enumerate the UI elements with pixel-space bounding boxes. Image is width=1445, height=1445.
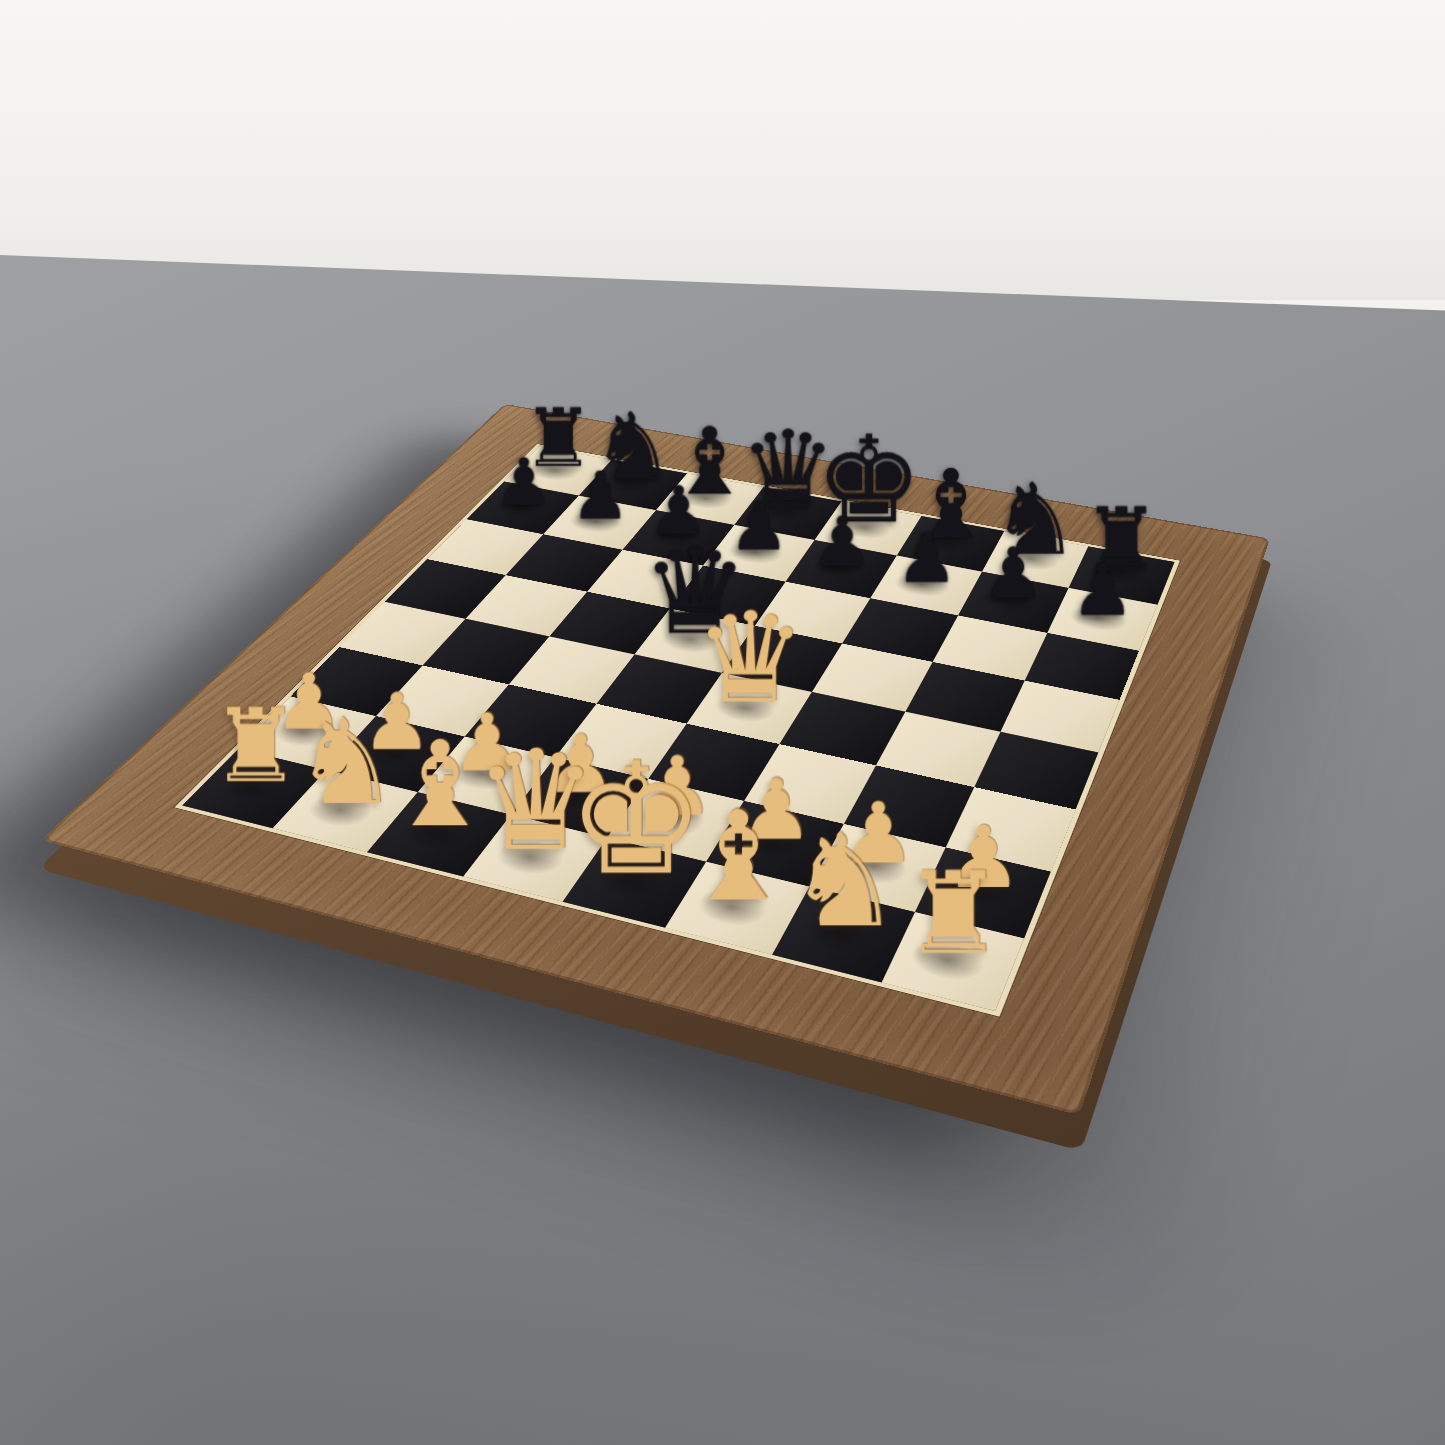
white-queen: ♛ (694, 595, 806, 720)
board-perspective-wrap: ♜♞♝♛♚♝♞♜♟♟♟♟♟♟♟♟♛♛♟♟♟♟♟♟♟♟♜♞♝♛♚♝♞♜ (40, 60, 1405, 1425)
black-pawn: ♟ (896, 522, 958, 591)
black-pawn: ♟ (982, 538, 1045, 608)
black-pawn: ♟ (494, 449, 552, 514)
white-rook: ♜ (903, 858, 1005, 972)
square-g1: ♞ (772, 886, 915, 982)
white-knight: ♞ (787, 817, 902, 945)
white-bishop: ♝ (683, 795, 794, 919)
chess-board: ♜♞♝♛♚♝♞♜♟♟♟♟♟♟♟♟♛♛♟♟♟♟♟♟♟♟♜♞♝♛♚♝♞♜ (41, 404, 1270, 1116)
black-pawn: ♟ (571, 463, 630, 529)
product-photo-scene: ♜♞♝♛♚♝♞♜♟♟♟♟♟♟♟♟♛♛♟♟♟♟♟♟♟♟♜♞♝♛♚♝♞♜ (0, 0, 1445, 1445)
square-h6 (1025, 633, 1140, 700)
square-h1: ♜ (881, 912, 1024, 1011)
white-rook: ♜ (210, 696, 301, 798)
black-pawn: ♟ (1071, 555, 1135, 626)
white-knight: ♞ (293, 703, 399, 822)
black-pawn: ♟ (811, 507, 872, 575)
